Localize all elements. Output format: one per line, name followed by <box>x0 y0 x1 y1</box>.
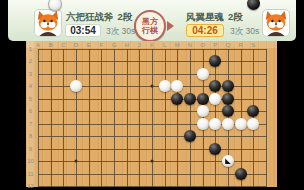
column-label: E <box>87 42 91 48</box>
stone-black <box>247 105 259 117</box>
right-player-clock: 04:26 <box>186 24 224 37</box>
column-label: D <box>74 42 78 48</box>
last-move-marker <box>224 157 232 165</box>
stone-white <box>197 105 209 117</box>
stone-black <box>222 93 234 105</box>
fox-avatar-icon <box>35 10 61 36</box>
grid-line <box>38 49 267 50</box>
grid-line <box>76 49 77 188</box>
grid-line <box>38 136 267 137</box>
stone-black <box>235 168 247 180</box>
stone-black <box>184 130 196 142</box>
grid-line <box>38 49 39 188</box>
column-label: L <box>163 42 166 48</box>
column-label: H <box>125 42 129 48</box>
grid-line <box>266 49 267 188</box>
star-point <box>151 160 154 163</box>
left-player-rank: 2段 <box>118 11 133 22</box>
grid-line <box>63 49 64 188</box>
stone-white <box>209 118 221 130</box>
row-label: 9 <box>29 146 32 152</box>
column-label: C <box>61 42 65 48</box>
left-player-byoyomi: 3次 30s <box>106 26 135 38</box>
star-point <box>75 160 78 163</box>
grid-line <box>152 49 153 188</box>
grid-line <box>38 186 267 187</box>
column-label: G <box>112 42 117 48</box>
column-label: R <box>239 42 243 48</box>
column-label: N <box>188 42 192 48</box>
stone-white <box>222 118 234 130</box>
turn-seal-line1: 黑方 <box>142 17 158 26</box>
turn-seal-line2: 行棋 <box>142 26 158 35</box>
stone-black <box>222 80 234 92</box>
grid-line <box>177 49 178 188</box>
column-label: Q <box>226 42 231 48</box>
left-player-avatar[interactable] <box>34 9 62 37</box>
row-label: 5 <box>29 96 32 102</box>
row-label: 8 <box>29 133 32 139</box>
row-label: 4 <box>29 83 32 89</box>
stone-white <box>159 80 171 92</box>
column-label: S <box>251 42 255 48</box>
row-label: 11 <box>27 171 33 177</box>
turn-seal-badge: 黑方 行棋 <box>134 10 166 42</box>
star-point <box>151 85 154 88</box>
stone-black <box>209 143 221 155</box>
right-player-avatar[interactable] <box>262 9 290 37</box>
player-info-bar: 六把狂战斧2段 03:54 3次 30s 黑方 行棋 风翼星魂2段 04:26 … <box>8 0 296 41</box>
stone-white <box>171 80 183 92</box>
row-label: 1 <box>29 46 32 52</box>
column-label: K <box>150 42 154 48</box>
left-player-clock: 03:54 <box>65 24 101 37</box>
grid-line <box>101 49 102 188</box>
go-board-surface[interactable]: ABCDEFGHJKLMNOPQRS123456789101112 <box>26 41 277 187</box>
stone-black <box>222 105 234 117</box>
stone-black <box>184 93 196 105</box>
stone-white <box>197 68 209 80</box>
stone-white <box>222 155 234 167</box>
right-player-name: 风翼星魂2段 <box>186 11 243 24</box>
left-player-name: 六把狂战斧2段 <box>66 11 132 24</box>
grid-line <box>38 74 267 75</box>
row-label: 6 <box>29 108 32 114</box>
stone-white <box>197 118 209 130</box>
grid-line <box>127 49 128 188</box>
right-player-byoyomi: 3次 30s <box>230 26 259 38</box>
right-player-name-text: 风翼星魂 <box>186 11 224 22</box>
grid-line <box>165 49 166 188</box>
stone-black <box>197 93 209 105</box>
column-label: M <box>175 42 180 48</box>
row-label: 10 <box>27 158 34 164</box>
row-label: 3 <box>29 71 32 77</box>
grid-line <box>38 149 267 150</box>
grid-line <box>38 61 267 62</box>
game-screen: 六把狂战斧2段 03:54 3次 30s 黑方 行棋 风翼星魂2段 04:26 … <box>0 0 304 190</box>
left-player-name-text: 六把狂战斧 <box>66 11 114 22</box>
grid-line <box>114 49 115 188</box>
stone-black <box>209 55 221 67</box>
stone-black <box>171 93 183 105</box>
stone-white <box>235 118 247 130</box>
right-player-rank: 2段 <box>228 11 243 22</box>
grid-line <box>89 49 90 188</box>
column-label: J <box>138 42 141 48</box>
column-label: F <box>100 42 104 48</box>
turn-seal-arrow-icon <box>167 21 174 31</box>
stone-white <box>209 93 221 105</box>
stone-black <box>209 80 221 92</box>
column-label: P <box>213 42 217 48</box>
row-label: 7 <box>29 121 32 127</box>
column-label: B <box>49 42 53 48</box>
grid-line <box>139 49 140 188</box>
column-label: O <box>200 42 205 48</box>
row-label: 12 <box>27 183 34 189</box>
stone-white <box>247 118 259 130</box>
stone-white <box>70 80 82 92</box>
column-label: A <box>36 42 40 48</box>
black-stone-indicator <box>247 0 260 10</box>
fox-avatar-icon <box>263 10 289 36</box>
grid-line <box>51 49 52 188</box>
grid-line <box>190 49 191 188</box>
grid-line <box>38 174 267 175</box>
row-label: 2 <box>29 58 32 64</box>
